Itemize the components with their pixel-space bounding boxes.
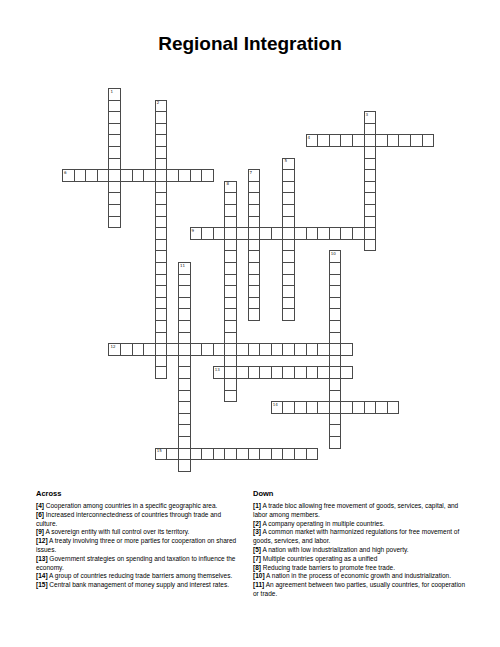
cell-number: 6 bbox=[64, 171, 67, 175]
clue-item: [5] A nation with low industrialization … bbox=[253, 546, 467, 555]
grid-cell[interactable] bbox=[422, 134, 435, 147]
clue-item: [12] A treaty involving three or more pa… bbox=[36, 537, 244, 555]
clue-item: [10] A nation in the process of economic… bbox=[253, 572, 467, 581]
clue-number: [4] bbox=[36, 502, 44, 509]
grid-cell[interactable] bbox=[213, 227, 226, 240]
grid-cell[interactable] bbox=[201, 169, 214, 182]
clue-number: [14] bbox=[36, 572, 48, 579]
grid-cell[interactable] bbox=[387, 401, 400, 414]
clue-item: [6] Increased interconnectedness of coun… bbox=[36, 511, 244, 529]
grid-cell[interactable] bbox=[317, 343, 330, 356]
grid-cell[interactable] bbox=[166, 448, 179, 461]
grid-cell[interactable] bbox=[271, 227, 284, 240]
grid-cell[interactable] bbox=[317, 366, 330, 379]
clue-number: [3] bbox=[253, 528, 261, 535]
clue-item: [14] A group of countries reducing trade… bbox=[36, 572, 244, 581]
grid-cell[interactable] bbox=[317, 401, 330, 414]
across-clue-list: [4] Cooperation among countries in a spe… bbox=[36, 502, 244, 590]
grid-cell[interactable] bbox=[97, 169, 110, 182]
grid-cell[interactable] bbox=[306, 448, 319, 461]
clue-item: [11] An agreement between two parties, u… bbox=[253, 581, 467, 599]
clue-item: [3] A common market with harmonized regu… bbox=[253, 528, 467, 546]
grid-cell[interactable] bbox=[329, 436, 342, 449]
clue-item: [15] Central bank management of money su… bbox=[36, 581, 244, 590]
cell-number: 9 bbox=[192, 229, 195, 233]
grid-cell[interactable] bbox=[155, 366, 168, 379]
clue-number: [1] bbox=[253, 502, 261, 509]
clue-number: [10] bbox=[253, 572, 265, 579]
cell-number: 8 bbox=[226, 182, 229, 186]
grid-cell[interactable] bbox=[108, 216, 121, 229]
grid-cell[interactable] bbox=[178, 459, 191, 472]
grid-cell[interactable] bbox=[143, 343, 156, 356]
cell-number: 10 bbox=[331, 252, 336, 256]
clue-number: [8] bbox=[253, 564, 261, 571]
grid-cell[interactable] bbox=[282, 308, 295, 321]
clue-number: [2] bbox=[253, 520, 261, 527]
grid-cell[interactable] bbox=[224, 390, 237, 403]
clue-number: [13] bbox=[36, 555, 48, 562]
clue-number: [7] bbox=[253, 555, 261, 562]
crossword-grid: 123456789101112131415 bbox=[62, 88, 435, 472]
across-heading: Across bbox=[36, 489, 244, 498]
clue-item: [8] Reducing trade barriers to promote f… bbox=[253, 564, 467, 573]
down-clues: Down [1] A trade bloc allowing free move… bbox=[253, 489, 467, 599]
cell-number: 3 bbox=[366, 113, 369, 117]
across-clues: Across [4] Cooperation among countries i… bbox=[36, 489, 244, 590]
grid-cell[interactable] bbox=[248, 308, 261, 321]
grid-cell[interactable] bbox=[143, 169, 156, 182]
puzzle-title: Regional Integration bbox=[0, 33, 500, 55]
grid-cell[interactable] bbox=[166, 343, 179, 356]
clue-item: [4] Cooperation among countries in a spe… bbox=[36, 502, 244, 511]
cell-number: 2 bbox=[157, 101, 160, 105]
clue-number: [11] bbox=[253, 581, 264, 588]
grid-cell[interactable] bbox=[352, 227, 365, 240]
grid-cell[interactable] bbox=[364, 239, 377, 252]
cell-number: 4 bbox=[308, 136, 311, 140]
clue-number: [15] bbox=[36, 581, 48, 588]
grid-cell[interactable] bbox=[340, 366, 353, 379]
cell-number: 13 bbox=[215, 368, 220, 372]
grid-cell[interactable] bbox=[340, 343, 353, 356]
clue-item: [1] A trade bloc allowing free movement … bbox=[253, 502, 467, 520]
grid-cell[interactable] bbox=[236, 227, 249, 240]
cell-number: 15 bbox=[157, 449, 162, 453]
grid-cell[interactable] bbox=[213, 343, 226, 356]
clue-number: [9] bbox=[36, 528, 44, 535]
grid-cell[interactable] bbox=[352, 134, 365, 147]
clue-number: [12] bbox=[36, 537, 48, 544]
clue-item: [7] Multiple countries operating as a un… bbox=[253, 555, 467, 564]
cell-number: 1 bbox=[110, 90, 113, 94]
down-clue-list: [1] A trade bloc allowing free movement … bbox=[253, 502, 467, 599]
cell-number: 11 bbox=[180, 264, 185, 268]
clue-item: [9] A sovereign entity with full control… bbox=[36, 528, 244, 537]
cell-number: 14 bbox=[273, 403, 278, 407]
cell-number: 5 bbox=[284, 159, 287, 163]
clue-item: [2] A company operating in multiple coun… bbox=[253, 520, 467, 529]
grid-cell[interactable]: 13 bbox=[213, 366, 226, 379]
clue-number: [5] bbox=[253, 546, 261, 553]
clue-item: [13] Government strategies on spending a… bbox=[36, 555, 244, 573]
down-heading: Down bbox=[253, 489, 467, 498]
cell-number: 12 bbox=[110, 345, 115, 349]
cell-number: 7 bbox=[250, 171, 253, 175]
clue-number: [6] bbox=[36, 511, 44, 518]
